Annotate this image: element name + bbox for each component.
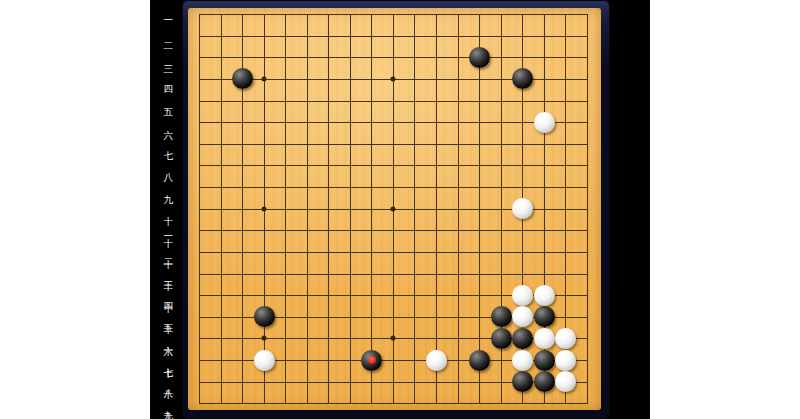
black-stone[interactable] — [512, 371, 533, 392]
black-stone[interactable] — [534, 350, 555, 371]
white-stone[interactable] — [534, 112, 555, 133]
black-stone[interactable] — [254, 306, 275, 327]
white-stone[interactable] — [512, 306, 533, 327]
black-stone[interactable] — [469, 350, 490, 371]
black-stone[interactable] — [232, 68, 253, 89]
page-background: 一二三四五六七八九十十一十二十三十四十五十六十七十八十九 — [0, 0, 800, 419]
stones-layer — [189, 3, 598, 414]
black-stone[interactable] — [534, 371, 555, 392]
white-stone[interactable] — [555, 371, 576, 392]
black-stone[interactable] — [512, 328, 533, 349]
black-stone[interactable] — [512, 68, 533, 89]
white-stone[interactable] — [555, 328, 576, 349]
black-stone[interactable] — [491, 328, 512, 349]
white-stone[interactable] — [534, 285, 555, 306]
white-stone[interactable] — [512, 285, 533, 306]
board-face[interactable] — [188, 8, 601, 410]
black-stone[interactable] — [469, 47, 490, 68]
go-board[interactable] — [182, 0, 610, 419]
white-stone[interactable] — [512, 198, 533, 219]
white-stone[interactable] — [512, 350, 533, 371]
last-move-marker — [368, 356, 376, 364]
black-stone[interactable] — [534, 306, 555, 327]
white-stone[interactable] — [555, 350, 576, 371]
white-stone[interactable] — [534, 328, 555, 349]
black-stone[interactable] — [361, 350, 382, 371]
black-stone[interactable] — [491, 306, 512, 327]
white-stone[interactable] — [426, 350, 447, 371]
white-stone[interactable] — [254, 350, 275, 371]
